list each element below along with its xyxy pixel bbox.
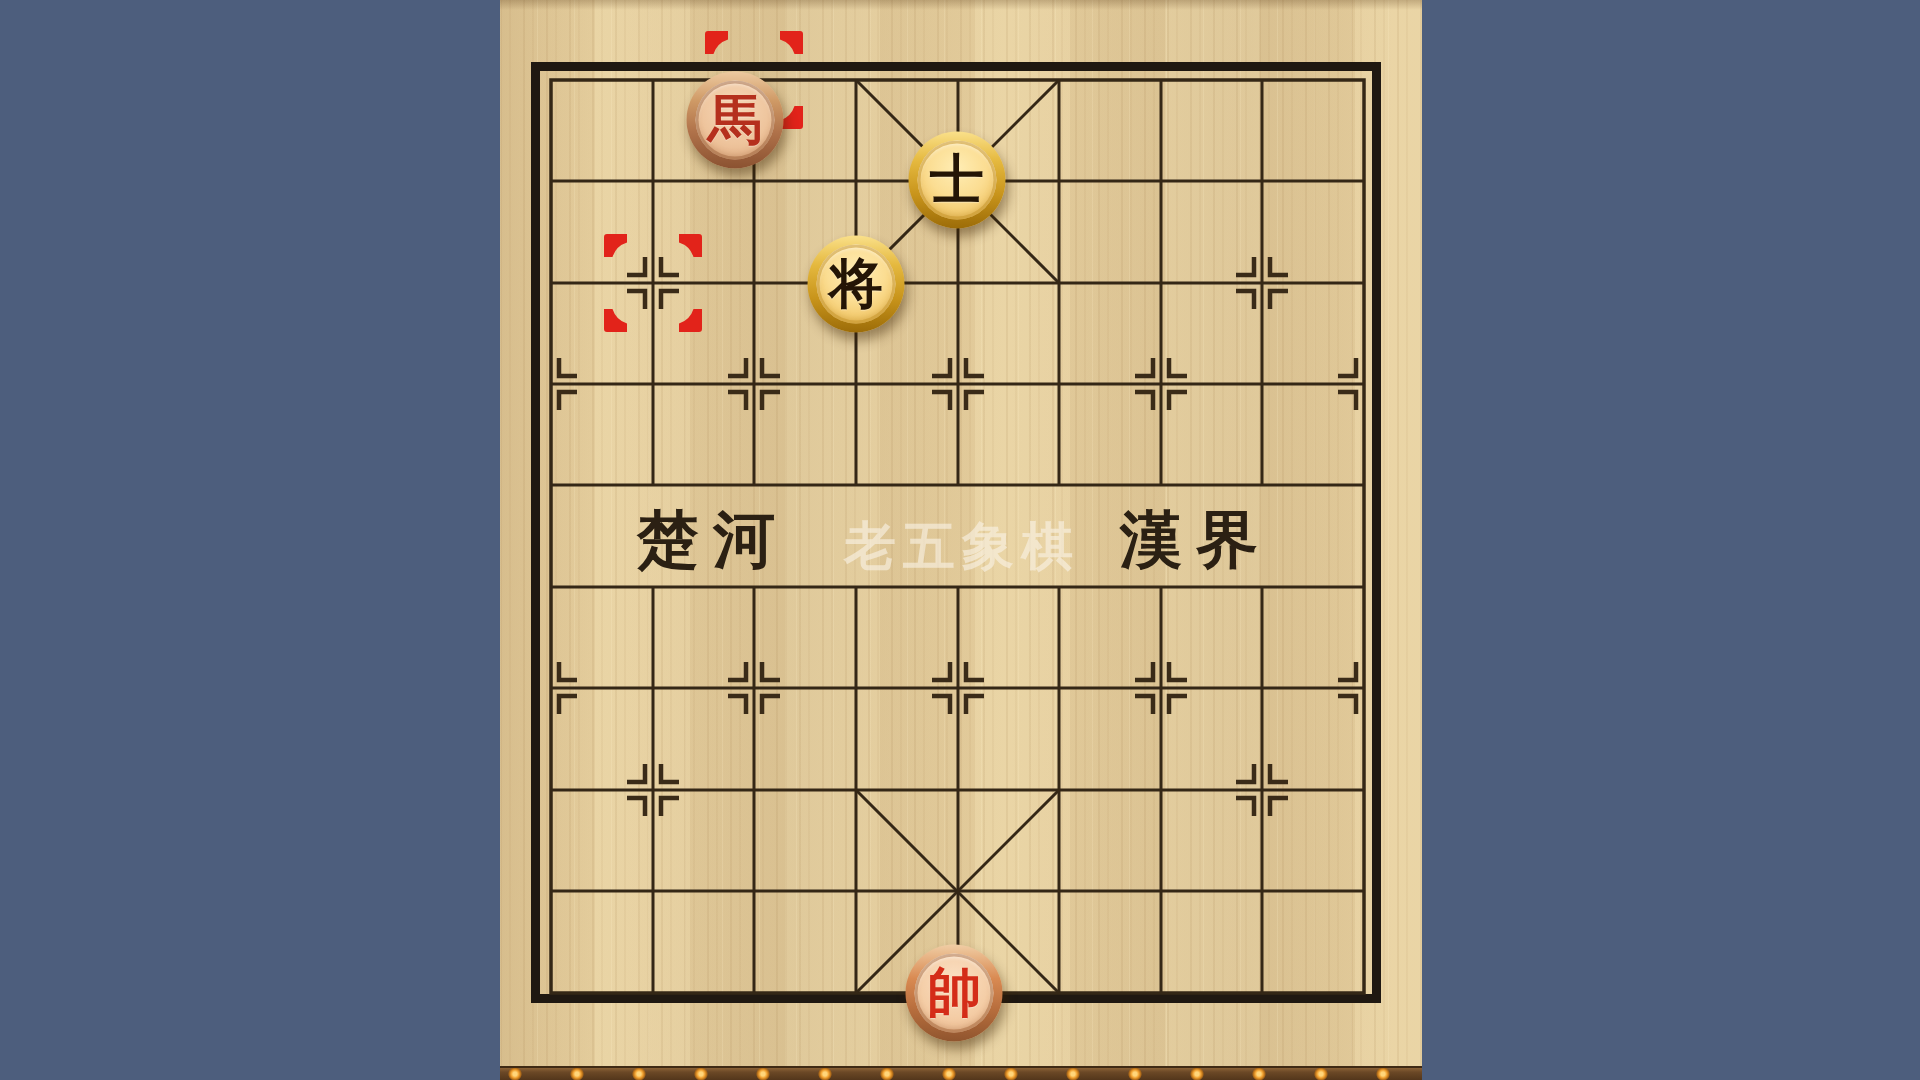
star-point-mark — [966, 696, 984, 714]
star-point-mark — [932, 392, 950, 410]
star-point-mark — [728, 696, 746, 714]
star-point-mark — [661, 257, 679, 275]
piece-face: 帥 — [915, 954, 994, 1033]
star-point-mark — [762, 358, 780, 376]
star-point-mark — [1236, 257, 1254, 275]
piece-glyph-black-advisor: 士 — [930, 152, 984, 206]
star-point-mark — [559, 662, 577, 680]
star-point-mark — [762, 662, 780, 680]
river-label-han-jie: 漢界 — [1120, 498, 1272, 582]
star-point-mark — [762, 696, 780, 714]
star-point-mark — [966, 358, 984, 376]
star-point-mark — [966, 662, 984, 680]
star-point-mark — [1270, 764, 1288, 782]
last-move-marker-corner — [679, 234, 702, 257]
piece-black-advisor[interactable]: 士 — [909, 132, 1006, 229]
app-watermark: 老五象棋 — [844, 512, 1080, 582]
star-point-mark — [1135, 358, 1153, 376]
star-point-mark — [1338, 696, 1356, 714]
star-point-mark — [1338, 662, 1356, 680]
star-point-mark — [1338, 392, 1356, 410]
piece-glyph-red-general: 帥 — [927, 965, 981, 1019]
star-point-mark — [559, 358, 577, 376]
star-point-mark — [932, 662, 950, 680]
last-move-marker-corner — [679, 309, 702, 332]
star-point-mark — [1236, 764, 1254, 782]
piece-red-general[interactable]: 帥 — [906, 945, 1003, 1042]
star-point-mark — [559, 696, 577, 714]
star-point-mark — [762, 392, 780, 410]
star-point-mark — [661, 764, 679, 782]
star-point-mark — [1135, 696, 1153, 714]
star-point-mark — [932, 358, 950, 376]
star-point-mark — [627, 764, 645, 782]
star-point-mark — [1270, 798, 1288, 816]
star-point-mark — [627, 257, 645, 275]
star-point-mark — [559, 392, 577, 410]
star-point-mark — [728, 662, 746, 680]
star-point-mark — [1135, 392, 1153, 410]
star-point-mark — [1135, 662, 1153, 680]
star-point-mark — [661, 798, 679, 816]
star-point-mark — [627, 291, 645, 309]
piece-glyph-red-horse: 馬 — [708, 92, 762, 146]
star-point-mark — [728, 358, 746, 376]
piece-face: 士 — [918, 141, 997, 220]
star-point-mark — [932, 696, 950, 714]
star-point-mark — [1169, 696, 1187, 714]
star-point-mark — [1270, 291, 1288, 309]
last-move-marker-corner — [780, 31, 803, 54]
piece-face: 馬 — [696, 81, 775, 160]
river-label-chu-he: 楚河 — [637, 498, 789, 582]
piece-glyph-black-general: 将 — [829, 256, 883, 310]
piece-face: 将 — [817, 245, 896, 324]
piece-red-horse[interactable]: 馬 — [687, 72, 784, 169]
star-point-mark — [661, 291, 679, 309]
star-point-mark — [1236, 798, 1254, 816]
last-move-marker-corner — [604, 234, 627, 257]
star-point-mark — [1338, 358, 1356, 376]
app-background: 楚河 漢界 老五象棋 馬士将帥 — [0, 0, 1920, 1080]
star-point-mark — [627, 798, 645, 816]
star-point-mark — [1169, 662, 1187, 680]
star-point-mark — [1169, 358, 1187, 376]
last-move-marker-corner — [705, 31, 728, 54]
star-point-mark — [1270, 257, 1288, 275]
star-point-mark — [1236, 291, 1254, 309]
piece-black-general[interactable]: 将 — [808, 236, 905, 333]
star-point-mark — [966, 392, 984, 410]
last-move-marker-corner — [604, 309, 627, 332]
star-point-mark — [728, 392, 746, 410]
star-point-mark — [1169, 392, 1187, 410]
